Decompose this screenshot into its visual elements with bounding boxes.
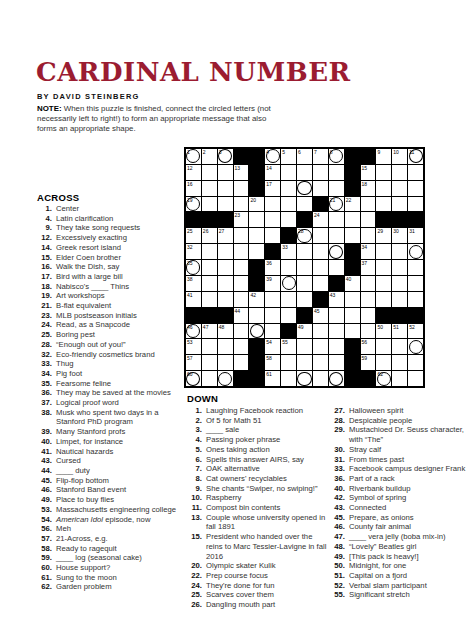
- grid-cell[interactable]: [392, 181, 407, 196]
- grid-cell[interactable]: [392, 260, 407, 275]
- cell-number: 61: [266, 371, 272, 377]
- clue-text: Connected: [349, 503, 472, 513]
- cell-number: 51: [393, 324, 399, 330]
- across-clue: 32.Eco-friendly cosmetics brand: [37, 350, 177, 360]
- grid-cell[interactable]: [297, 165, 312, 180]
- grid-cell[interactable]: [392, 339, 407, 354]
- grid-cell[interactable]: 25: [186, 228, 201, 243]
- down-clue: 40.Riverbank buildup: [330, 484, 472, 494]
- grid-cell-circled[interactable]: [329, 244, 344, 259]
- grid-cell[interactable]: [361, 228, 376, 243]
- grid-cell[interactable]: [234, 181, 249, 196]
- cell-number: 39: [266, 276, 272, 282]
- cell-number: 6: [298, 149, 301, 155]
- grid-cell-circled[interactable]: 1: [186, 149, 201, 164]
- grid-cell[interactable]: [313, 339, 328, 354]
- grid-cell[interactable]: 61: [265, 371, 280, 386]
- grid-cell[interactable]: [281, 308, 296, 323]
- across-clue: 15.Elder Coen brother: [37, 253, 177, 263]
- grid-cell-circled[interactable]: [281, 276, 296, 291]
- grid-cell[interactable]: [313, 355, 328, 370]
- clue-number: 9.: [187, 484, 202, 494]
- grid-cell-circled[interactable]: 11: [408, 149, 423, 164]
- grid-cell[interactable]: 53: [186, 339, 201, 354]
- grid-cell-circled[interactable]: 62: [376, 371, 391, 386]
- clue-text: Of 5 for Math 51: [206, 416, 327, 426]
- clue-number: 22.: [187, 571, 202, 581]
- grid-cell[interactable]: [202, 165, 217, 180]
- grid-cell-circled[interactable]: 46: [186, 324, 201, 339]
- grid-cell[interactable]: 15: [361, 165, 376, 180]
- grid-cell[interactable]: [408, 292, 423, 307]
- grid-cell[interactable]: [313, 276, 328, 291]
- grid-cell[interactable]: [234, 324, 249, 339]
- cell-number: 5: [282, 149, 285, 155]
- clue-number: 37.: [37, 398, 52, 408]
- grid-cell-circled[interactable]: 4: [265, 149, 280, 164]
- grid-cell[interactable]: [361, 276, 376, 291]
- grid-cell[interactable]: [313, 371, 328, 386]
- grid-cell[interactable]: [361, 197, 376, 212]
- grid-cell[interactable]: 34: [361, 244, 376, 259]
- cell-number: 36: [266, 260, 272, 266]
- clue-text: Thug: [56, 359, 177, 369]
- grid-cell[interactable]: [249, 228, 264, 243]
- grid-cell-circled[interactable]: [218, 371, 233, 386]
- grid-cell[interactable]: 58: [265, 355, 280, 370]
- cell-number: 44: [235, 308, 241, 314]
- cell-number: 26: [203, 228, 209, 234]
- grid-cell-circled[interactable]: 19: [186, 197, 201, 212]
- grid-cell[interactable]: 13: [234, 165, 249, 180]
- clue-text: Riverbank buildup: [349, 484, 472, 494]
- grid-cell-circled[interactable]: [408, 339, 423, 354]
- grid-cell[interactable]: [345, 324, 360, 339]
- clue-text: Nabisco's ____ Thins: [56, 282, 177, 292]
- grid-cell[interactable]: [202, 371, 217, 386]
- clue-number: 43.: [330, 503, 345, 513]
- grid-cell[interactable]: 17: [265, 181, 280, 196]
- cell-number: 12: [187, 165, 193, 171]
- grid-cell[interactable]: [234, 292, 249, 307]
- grid-cell-circled[interactable]: 28: [297, 228, 312, 243]
- grid-cell[interactable]: [265, 308, 280, 323]
- grid-cell[interactable]: [313, 165, 328, 180]
- down-header: DOWN: [187, 393, 218, 404]
- cell-number: 50: [377, 324, 383, 330]
- grid-cell[interactable]: [202, 276, 217, 291]
- grid-cell[interactable]: 42: [249, 292, 264, 307]
- grid-cell[interactable]: [376, 292, 391, 307]
- cell-number: 8: [330, 149, 333, 155]
- grid-cell[interactable]: [218, 276, 233, 291]
- across-clue: 53.Massachusetts engineering college: [37, 505, 177, 515]
- grid-cell-circled[interactable]: [249, 324, 264, 339]
- grid-cell[interactable]: 55: [281, 339, 296, 354]
- clue-number: 50.: [330, 561, 345, 571]
- grid-cell[interactable]: [297, 292, 312, 307]
- grid-cell[interactable]: [297, 244, 312, 259]
- grid-cell[interactable]: [376, 355, 391, 370]
- clue-text: Cursed: [56, 456, 177, 466]
- grid-cell[interactable]: 54: [265, 339, 280, 354]
- grid-cell[interactable]: 2: [202, 149, 217, 164]
- grid-cell[interactable]: 7: [313, 149, 328, 164]
- grid-cell[interactable]: [281, 212, 296, 227]
- grid-cell[interactable]: [218, 244, 233, 259]
- down-clue: 8.Cat owners' recyclables: [187, 474, 327, 484]
- grid-cell[interactable]: [329, 212, 344, 227]
- cell-number: 2: [203, 149, 206, 155]
- grid-cell[interactable]: [376, 197, 391, 212]
- grid-cell[interactable]: [297, 339, 312, 354]
- grid-cell[interactable]: [408, 165, 423, 180]
- clue-text: President who handed over the reins to M…: [206, 532, 327, 561]
- grid-cell[interactable]: [249, 244, 264, 259]
- grid-cell[interactable]: [345, 292, 360, 307]
- grid-cell[interactable]: 50: [376, 324, 391, 339]
- black-square: [265, 244, 280, 259]
- grid-cell[interactable]: [392, 276, 407, 291]
- grid-cell[interactable]: 37: [361, 260, 376, 275]
- clue-text: She chants “Swiper, no swiping!”: [206, 484, 327, 494]
- clue-text: Sung to the moon: [56, 573, 177, 583]
- grid-cell[interactable]: [297, 355, 312, 370]
- across-clue: 37.Logical proof word: [37, 398, 177, 408]
- clue-number: 4.: [37, 214, 52, 224]
- cell-number: 16: [187, 181, 193, 187]
- grid-cell[interactable]: 40: [345, 276, 360, 291]
- clue-text: They take song requests: [56, 223, 177, 233]
- grid-cell[interactable]: 38: [186, 276, 201, 291]
- grid-cell[interactable]: [329, 355, 344, 370]
- grid-cell[interactable]: [218, 165, 233, 180]
- grid-cell[interactable]: [218, 260, 233, 275]
- grid-cell[interactable]: [234, 228, 249, 243]
- grid-cell-circled[interactable]: [329, 371, 344, 386]
- grid-cell[interactable]: [376, 181, 391, 196]
- black-square: [361, 149, 376, 164]
- grid-cell-circled[interactable]: 60: [186, 371, 201, 386]
- grid-cell-circled[interactable]: [297, 181, 312, 196]
- grid-cell[interactable]: 30: [392, 228, 407, 243]
- down-clue: 9.She chants “Swiper, no swiping!”: [187, 484, 327, 494]
- grid-cell[interactable]: [218, 292, 233, 307]
- grid-cell[interactable]: [281, 165, 296, 180]
- black-square: [297, 212, 312, 227]
- clue-text: Midnight, for one: [349, 561, 472, 571]
- across-clue: 24.Read, as a Snapcode: [37, 320, 177, 330]
- clue-text: Center: [56, 204, 177, 214]
- grid-cell[interactable]: [392, 292, 407, 307]
- clue-text: Significant stretch: [349, 590, 472, 600]
- black-square: [408, 212, 423, 227]
- clue-number: 20.: [187, 561, 202, 571]
- grid-cell[interactable]: [313, 244, 328, 259]
- grid-cell[interactable]: [313, 228, 328, 243]
- grid-cell[interactable]: [281, 197, 296, 212]
- down-clue: 33.Facebook campus designer Frank: [330, 464, 472, 474]
- across-clue: 23.MLB postseason initials: [37, 311, 177, 321]
- clue-number: 17.: [37, 272, 52, 282]
- cell-number: 19: [187, 197, 193, 203]
- black-square: [249, 276, 264, 291]
- grid-cell[interactable]: [202, 292, 217, 307]
- clue-text: Halloween spirit: [349, 406, 472, 416]
- grid-cell[interactable]: [265, 292, 280, 307]
- clue-number: 35.: [37, 379, 52, 389]
- clue-text: Couple whose university opened in fall 1…: [206, 513, 327, 532]
- across-clue: 58.Ready to ragequit: [37, 544, 177, 554]
- grid-cell[interactable]: [345, 212, 360, 227]
- black-square: [186, 308, 201, 323]
- down-clue: 3.____ sale: [187, 425, 327, 435]
- across-clue: 4.Latin clarification: [37, 214, 177, 224]
- across-clue: 19.Art workshops: [37, 291, 177, 301]
- grid-cell[interactable]: 44: [234, 308, 249, 323]
- down-clue: 13.Couple whose university opened in fal…: [187, 513, 327, 532]
- note-text: When this puzzle is finished, connect th…: [37, 104, 271, 133]
- down-clue: 26.Dangling mouth part: [187, 600, 327, 610]
- down-clue: 29.Mustachioed Dr. Seuss character, with…: [330, 425, 472, 444]
- grid-cell[interactable]: [297, 276, 312, 291]
- grid-cell[interactable]: [313, 260, 328, 275]
- grid-cell[interactable]: [408, 197, 423, 212]
- grid-cell[interactable]: [329, 308, 344, 323]
- grid-cell[interactable]: 22: [345, 197, 360, 212]
- clue-number: 39.: [37, 427, 52, 437]
- clue-number: 14.: [37, 243, 52, 253]
- grid-cell[interactable]: 45: [313, 308, 328, 323]
- grid-cell[interactable]: 31: [408, 228, 423, 243]
- grid-cell[interactable]: [234, 244, 249, 259]
- grid-cell[interactable]: [361, 212, 376, 227]
- grid-cell[interactable]: [265, 197, 280, 212]
- black-square: [218, 308, 233, 323]
- grid-cell[interactable]: [345, 308, 360, 323]
- clue-text: From times past: [349, 455, 472, 465]
- grid-cell[interactable]: 20: [249, 197, 264, 212]
- grid-cell[interactable]: [408, 181, 423, 196]
- clue-number: 36.: [37, 388, 52, 398]
- across-clue: 39.Many Stanford profs: [37, 427, 177, 437]
- grid-cell[interactable]: [265, 228, 280, 243]
- grid-cell[interactable]: [202, 339, 217, 354]
- grid-cell[interactable]: 27: [218, 228, 233, 243]
- grid-cell-circled[interactable]: 21: [329, 197, 344, 212]
- grid-cell[interactable]: 52: [408, 324, 423, 339]
- down-clue: 27.Halloween spirit: [330, 406, 472, 416]
- clue-number: 10.: [187, 493, 202, 503]
- grid-cell[interactable]: 56: [361, 339, 376, 354]
- cell-number: 52: [409, 324, 415, 330]
- cell-number: 57: [187, 355, 193, 361]
- clue-number: 33.: [330, 464, 345, 474]
- grid-cell[interactable]: 49: [297, 324, 312, 339]
- across-clue: 43.Cursed: [37, 456, 177, 466]
- grid-cell[interactable]: 32: [186, 244, 201, 259]
- grid-cell[interactable]: [297, 260, 312, 275]
- grid-cell[interactable]: 39: [265, 276, 280, 291]
- grid-cell[interactable]: [281, 181, 296, 196]
- grid-cell[interactable]: [361, 308, 376, 323]
- grid-cell[interactable]: 33: [281, 244, 296, 259]
- grid-cell[interactable]: 57: [186, 355, 201, 370]
- grid-cell[interactable]: [376, 165, 391, 180]
- clue-text: “Enough out of you!”: [56, 340, 177, 350]
- grid-cell[interactable]: [265, 324, 280, 339]
- grid-cell[interactable]: [329, 324, 344, 339]
- grid-cell[interactable]: [361, 324, 376, 339]
- grid-cell[interactable]: [218, 339, 233, 354]
- clue-number: 27.: [330, 406, 345, 416]
- grid-cell[interactable]: [329, 181, 344, 196]
- down-clue-list-1: 1.Laughing Facebook reaction2.Of 5 for M…: [187, 406, 327, 610]
- clue-text: Verbal slam participant: [349, 581, 472, 591]
- grid-cell[interactable]: [376, 260, 391, 275]
- grid-cell[interactable]: [202, 260, 217, 275]
- grid-cell[interactable]: 14: [265, 165, 280, 180]
- clue-number: 48.: [330, 542, 345, 552]
- down-clue: 7.OAK alternative: [187, 464, 327, 474]
- cell-number: 14: [266, 165, 272, 171]
- grid-cell[interactable]: [392, 371, 407, 386]
- grid-cell[interactable]: [265, 212, 280, 227]
- clue-text: Raspberry: [206, 493, 327, 503]
- clue-text: Many Stanford profs: [56, 427, 177, 437]
- black-square: [297, 308, 312, 323]
- grid-cell[interactable]: [376, 339, 391, 354]
- grid-cell[interactable]: 29: [376, 228, 391, 243]
- grid-cell[interactable]: [408, 371, 423, 386]
- grid-cell[interactable]: [408, 355, 423, 370]
- grid-cell[interactable]: [249, 308, 264, 323]
- grid-cell[interactable]: [202, 244, 217, 259]
- clue-text: Bird with a large bill: [56, 272, 177, 282]
- clue-number: 23.: [37, 311, 52, 321]
- down-clue-list-2: 27.Halloween spirit28.Despicable people2…: [330, 406, 472, 600]
- clue-number: 25.: [187, 590, 202, 600]
- clue-number: 16.: [37, 262, 52, 272]
- grid-cell[interactable]: [392, 355, 407, 370]
- grid-cell[interactable]: [297, 197, 312, 212]
- grid-cell[interactable]: [281, 292, 296, 307]
- clue-text: Greek resort island: [56, 243, 177, 253]
- grid-cell[interactable]: [392, 197, 407, 212]
- grid-cell[interactable]: [361, 292, 376, 307]
- grid-cell[interactable]: 47: [202, 324, 217, 339]
- grid-cell[interactable]: 10: [392, 149, 407, 164]
- grid-cell[interactable]: [376, 276, 391, 291]
- grid-cell[interactable]: [313, 181, 328, 196]
- grid-cell[interactable]: [234, 197, 249, 212]
- cell-number: 42: [250, 292, 256, 298]
- grid-cell[interactable]: [218, 197, 233, 212]
- clue-number: 28.: [37, 340, 52, 350]
- grid-cell[interactable]: [408, 260, 423, 275]
- grid-cell[interactable]: [234, 339, 249, 354]
- grid-cell[interactable]: [281, 260, 296, 275]
- grid-cell[interactable]: 16: [186, 181, 201, 196]
- grid-cell[interactable]: 43: [329, 292, 344, 307]
- across-clue: 25.Boring pest: [37, 330, 177, 340]
- grid-cell[interactable]: [376, 244, 391, 259]
- grid-cell[interactable]: 18: [361, 181, 376, 196]
- grid-cell[interactable]: [329, 260, 344, 275]
- down-clue: 4.Passing poker phrase: [187, 435, 327, 445]
- grid-cell[interactable]: [345, 228, 360, 243]
- grid-cell[interactable]: [329, 339, 344, 354]
- clue-number: 1.: [37, 204, 52, 214]
- grid-cell[interactable]: 26: [202, 228, 217, 243]
- clue-number: 3.: [187, 425, 202, 435]
- clue-number: 24.: [37, 320, 52, 330]
- clue-number: 29.: [330, 425, 345, 444]
- grid-cell-circled[interactable]: 8: [329, 149, 344, 164]
- grid-cell[interactable]: [408, 276, 423, 291]
- cell-number: 24: [314, 212, 320, 218]
- grid-cell[interactable]: 12: [186, 165, 201, 180]
- grid-cell[interactable]: 41: [186, 292, 201, 307]
- clue-text: Compost bin contents: [206, 503, 327, 513]
- grid-cell[interactable]: [313, 324, 328, 339]
- black-square: [234, 149, 249, 164]
- grid-cell[interactable]: [281, 355, 296, 370]
- grid-cell[interactable]: [218, 181, 233, 196]
- grid-cell[interactable]: 48: [218, 324, 233, 339]
- grid-cell[interactable]: [234, 355, 249, 370]
- grid-cell[interactable]: 6: [297, 149, 312, 164]
- grid-cell[interactable]: 24: [313, 212, 328, 227]
- clue-text: Pig foot: [56, 369, 177, 379]
- black-square: [345, 355, 360, 370]
- grid-cell[interactable]: 9: [376, 149, 391, 164]
- grid-cell[interactable]: [202, 355, 217, 370]
- grid-cell-circled[interactable]: 35: [186, 260, 201, 275]
- grid-cell[interactable]: [392, 244, 407, 259]
- grid-cell[interactable]: [249, 212, 264, 227]
- cell-number: 37: [362, 260, 368, 266]
- grid-cell[interactable]: [329, 165, 344, 180]
- grid-cell[interactable]: 36: [265, 260, 280, 275]
- grid-cell[interactable]: 5: [281, 149, 296, 164]
- grid-cell[interactable]: [234, 260, 249, 275]
- clue-text: Scarves cover them: [206, 590, 327, 600]
- grid-cell[interactable]: [281, 371, 296, 386]
- clue-text: They're done for fun: [206, 581, 327, 591]
- grid-cell[interactable]: [234, 276, 249, 291]
- grid-cell[interactable]: [202, 197, 217, 212]
- across-clue: 9.They take song requests: [37, 223, 177, 233]
- grid-cell[interactable]: 51: [392, 324, 407, 339]
- cell-number: 1: [187, 149, 190, 155]
- grid-cell[interactable]: [329, 228, 344, 243]
- grid-cell-circled[interactable]: [408, 244, 423, 259]
- grid-cell[interactable]: 23: [234, 212, 249, 227]
- grid-cell-circled[interactable]: [297, 371, 312, 386]
- grid-cell[interactable]: [202, 181, 217, 196]
- cell-number: 48: [219, 324, 225, 330]
- grid-cell[interactable]: 59: [361, 355, 376, 370]
- clue-number: 47.: [330, 532, 345, 542]
- grid-cell[interactable]: [218, 355, 233, 370]
- down-clue: 5.Ones taking action: [187, 445, 327, 455]
- cell-number: 53: [187, 339, 193, 345]
- grid-cell-circled[interactable]: 3: [218, 149, 233, 164]
- grid-cell[interactable]: [392, 165, 407, 180]
- down-clue: 11.Compost bin contents: [187, 503, 327, 513]
- clue-number: 59.: [37, 553, 52, 563]
